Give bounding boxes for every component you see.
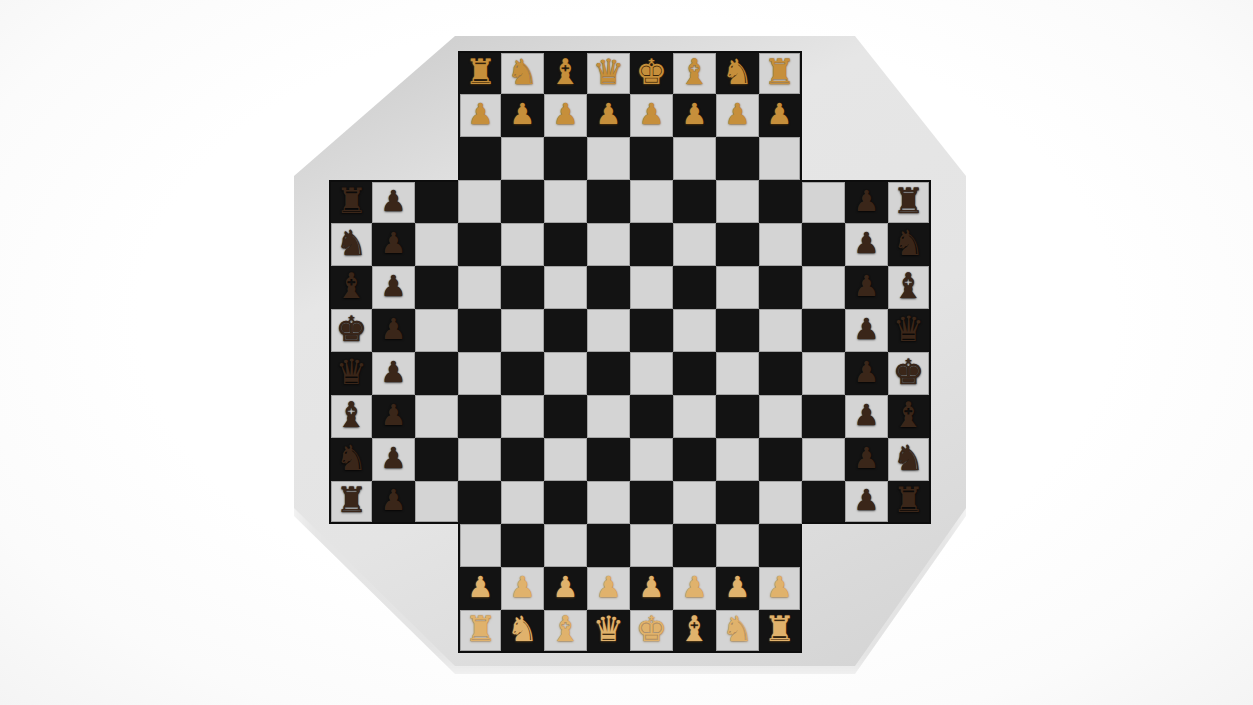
square-e10[interactable]: [501, 223, 544, 266]
square-c9[interactable]: [415, 266, 458, 309]
bottom-bishop-piece: ♝: [550, 612, 581, 647]
left-queen-piece: ♛: [336, 355, 367, 390]
square-b4[interactable]: ♟: [372, 481, 415, 524]
square-l10[interactable]: [802, 223, 845, 266]
square-g5[interactable]: [587, 438, 630, 481]
square-l11[interactable]: [802, 180, 845, 223]
left-pawn-piece: ♟: [381, 315, 407, 344]
square-i8[interactable]: [673, 309, 716, 352]
square-d12[interactable]: [458, 137, 501, 180]
left-pawn-piece: ♟: [381, 444, 407, 473]
square-f10[interactable]: [544, 223, 587, 266]
square-b9[interactable]: ♟: [372, 266, 415, 309]
square-g6[interactable]: [587, 395, 630, 438]
square-b5[interactable]: ♟: [372, 438, 415, 481]
square-e11[interactable]: [501, 180, 544, 223]
bottom-rook-piece: ♜: [764, 612, 795, 647]
top-pawn-piece: ♟: [639, 100, 665, 129]
square-i11[interactable]: [673, 180, 716, 223]
top-pawn-piece: ♟: [510, 100, 536, 129]
left-bishop-piece: ♝: [336, 269, 367, 304]
square-m6[interactable]: ♟: [845, 395, 888, 438]
square-d14[interactable]: ♜: [458, 51, 501, 94]
square-j12[interactable]: [716, 137, 759, 180]
square-h11[interactable]: [630, 180, 673, 223]
square-e2[interactable]: ♟: [501, 567, 544, 610]
bottom-pawn-piece: ♟: [553, 573, 579, 602]
left-pawn-piece: ♟: [381, 401, 407, 430]
square-e13[interactable]: ♟: [501, 94, 544, 137]
square-k5[interactable]: [759, 438, 802, 481]
square-d13[interactable]: ♟: [458, 94, 501, 137]
square-j6[interactable]: [716, 395, 759, 438]
square-h6[interactable]: [630, 395, 673, 438]
right-bishop-piece: ♝: [893, 398, 924, 433]
left-pawn-piece: ♟: [381, 358, 407, 387]
square-m4[interactable]: ♟: [845, 481, 888, 524]
right-knight-piece: ♞: [893, 226, 924, 261]
square-c5[interactable]: [415, 438, 458, 481]
top-bishop-piece: ♝: [679, 55, 710, 90]
square-a6[interactable]: ♝: [329, 395, 372, 438]
square-a8[interactable]: ♚: [329, 309, 372, 352]
square-m10[interactable]: ♟: [845, 223, 888, 266]
left-pawn-piece: ♟: [381, 229, 407, 258]
square-d9[interactable]: [458, 266, 501, 309]
square-h14[interactable]: ♚: [630, 51, 673, 94]
square-j3[interactable]: [716, 524, 759, 567]
left-knight-piece: ♞: [336, 226, 367, 261]
bottom-pawn-piece: ♟: [725, 573, 751, 602]
square-e4[interactable]: [501, 481, 544, 524]
right-pawn-piece: ♟: [854, 187, 880, 216]
square-d3[interactable]: [458, 524, 501, 567]
right-knight-piece: ♞: [893, 441, 924, 476]
square-h8[interactable]: [630, 309, 673, 352]
square-f9[interactable]: [544, 266, 587, 309]
square-d4[interactable]: [458, 481, 501, 524]
square-b6[interactable]: ♟: [372, 395, 415, 438]
square-k12[interactable]: [759, 137, 802, 180]
square-k11[interactable]: [759, 180, 802, 223]
top-pawn-piece: ♟: [553, 100, 579, 129]
bottom-queen-piece: ♛: [593, 612, 624, 647]
square-i7[interactable]: [673, 352, 716, 395]
square-h3[interactable]: [630, 524, 673, 567]
square-n11[interactable]: ♜: [888, 180, 931, 223]
left-king-piece: ♚: [336, 312, 367, 347]
square-e9[interactable]: [501, 266, 544, 309]
square-i6[interactable]: [673, 395, 716, 438]
square-b8[interactable]: ♟: [372, 309, 415, 352]
top-queen-piece: ♛: [593, 55, 624, 90]
top-pawn-piece: ♟: [767, 100, 793, 129]
top-knight-piece: ♞: [722, 55, 753, 90]
square-m9[interactable]: ♟: [845, 266, 888, 309]
square-m7[interactable]: ♟: [845, 352, 888, 395]
square-d7[interactable]: [458, 352, 501, 395]
square-d1[interactable]: ♜: [458, 610, 501, 653]
right-bishop-piece: ♝: [893, 269, 924, 304]
right-pawn-piece: ♟: [854, 401, 880, 430]
square-i14[interactable]: ♝: [673, 51, 716, 94]
top-rook-piece: ♜: [764, 55, 795, 90]
square-h10[interactable]: [630, 223, 673, 266]
square-j10[interactable]: [716, 223, 759, 266]
square-c7[interactable]: [415, 352, 458, 395]
square-i5[interactable]: [673, 438, 716, 481]
right-queen-piece: ♛: [893, 312, 924, 347]
square-n4[interactable]: ♜: [888, 481, 931, 524]
square-a11[interactable]: ♜: [329, 180, 372, 223]
square-j13[interactable]: ♟: [716, 94, 759, 137]
square-e14[interactable]: ♞: [501, 51, 544, 94]
square-l5[interactable]: [802, 438, 845, 481]
square-k9[interactable]: [759, 266, 802, 309]
square-b11[interactable]: ♟: [372, 180, 415, 223]
top-knight-piece: ♞: [507, 55, 538, 90]
square-l9[interactable]: [802, 266, 845, 309]
top-pawn-piece: ♟: [596, 100, 622, 129]
square-b10[interactable]: ♟: [372, 223, 415, 266]
square-f2[interactable]: ♟: [544, 567, 587, 610]
square-e12[interactable]: [501, 137, 544, 180]
square-g3[interactable]: [587, 524, 630, 567]
square-i9[interactable]: [673, 266, 716, 309]
square-g11[interactable]: [587, 180, 630, 223]
square-k10[interactable]: [759, 223, 802, 266]
square-j2[interactable]: ♟: [716, 567, 759, 610]
left-bishop-piece: ♝: [336, 398, 367, 433]
bottom-pawn-piece: ♟: [639, 573, 665, 602]
square-j7[interactable]: [716, 352, 759, 395]
square-l7[interactable]: [802, 352, 845, 395]
square-d6[interactable]: [458, 395, 501, 438]
square-f7[interactable]: [544, 352, 587, 395]
square-g2[interactable]: ♟: [587, 567, 630, 610]
square-f6[interactable]: [544, 395, 587, 438]
square-d2[interactable]: ♟: [458, 567, 501, 610]
square-f12[interactable]: [544, 137, 587, 180]
square-i3[interactable]: [673, 524, 716, 567]
bottom-knight-piece: ♞: [507, 612, 538, 647]
square-k8[interactable]: [759, 309, 802, 352]
square-h7[interactable]: [630, 352, 673, 395]
square-c10[interactable]: [415, 223, 458, 266]
square-j4[interactable]: [716, 481, 759, 524]
square-k13[interactable]: ♟: [759, 94, 802, 137]
left-knight-piece: ♞: [336, 441, 367, 476]
square-n9[interactable]: ♝: [888, 266, 931, 309]
top-bishop-piece: ♝: [550, 55, 581, 90]
square-k14[interactable]: ♜: [759, 51, 802, 94]
square-k7[interactable]: [759, 352, 802, 395]
square-a10[interactable]: ♞: [329, 223, 372, 266]
left-rook-piece: ♜: [336, 483, 367, 518]
square-k2[interactable]: ♟: [759, 567, 802, 610]
bottom-pawn-piece: ♟: [767, 573, 793, 602]
square-g12[interactable]: [587, 137, 630, 180]
bottom-rook-piece: ♜: [465, 612, 496, 647]
square-i13[interactable]: ♟: [673, 94, 716, 137]
square-n10[interactable]: ♞: [888, 223, 931, 266]
square-f14[interactable]: ♝: [544, 51, 587, 94]
square-k3[interactable]: [759, 524, 802, 567]
square-d11[interactable]: [458, 180, 501, 223]
right-pawn-piece: ♟: [854, 272, 880, 301]
square-e8[interactable]: [501, 309, 544, 352]
square-j1[interactable]: ♞: [716, 610, 759, 653]
square-f8[interactable]: [544, 309, 587, 352]
top-pawn-piece: ♟: [468, 100, 494, 129]
square-l4[interactable]: [802, 481, 845, 524]
square-f3[interactable]: [544, 524, 587, 567]
top-pawn-piece: ♟: [725, 100, 751, 129]
square-g7[interactable]: [587, 352, 630, 395]
right-pawn-piece: ♟: [854, 358, 880, 387]
square-m8[interactable]: ♟: [845, 309, 888, 352]
bottom-pawn-piece: ♟: [468, 573, 494, 602]
square-h13[interactable]: ♟: [630, 94, 673, 137]
right-pawn-piece: ♟: [854, 486, 880, 515]
square-c6[interactable]: [415, 395, 458, 438]
square-g4[interactable]: [587, 481, 630, 524]
square-l8[interactable]: [802, 309, 845, 352]
bottom-knight-piece: ♞: [722, 612, 753, 647]
square-f11[interactable]: [544, 180, 587, 223]
square-n8[interactable]: ♛: [888, 309, 931, 352]
square-j5[interactable]: [716, 438, 759, 481]
square-i10[interactable]: [673, 223, 716, 266]
square-d8[interactable]: [458, 309, 501, 352]
bottom-king-piece: ♚: [636, 612, 667, 647]
left-pawn-piece: ♟: [381, 187, 407, 216]
square-h12[interactable]: [630, 137, 673, 180]
square-k1[interactable]: ♜: [759, 610, 802, 653]
square-d5[interactable]: [458, 438, 501, 481]
right-rook-piece: ♜: [893, 184, 924, 219]
left-pawn-piece: ♟: [381, 272, 407, 301]
square-h9[interactable]: [630, 266, 673, 309]
top-king-piece: ♚: [636, 55, 667, 90]
square-k6[interactable]: [759, 395, 802, 438]
square-j14[interactable]: ♞: [716, 51, 759, 94]
left-pawn-piece: ♟: [381, 486, 407, 515]
square-l6[interactable]: [802, 395, 845, 438]
square-j11[interactable]: [716, 180, 759, 223]
square-n7[interactable]: ♚: [888, 352, 931, 395]
square-f1[interactable]: ♝: [544, 610, 587, 653]
square-e6[interactable]: [501, 395, 544, 438]
bottom-bishop-piece: ♝: [679, 612, 710, 647]
right-king-piece: ♚: [893, 355, 924, 390]
square-h2[interactable]: ♟: [630, 567, 673, 610]
square-e3[interactable]: [501, 524, 544, 567]
product-render-background: ♜♞♝♛♚♝♞♜♟♟♟♟♟♟♟♟♜♟♟♜♞♟♟♞♝♟♟♝♚♟♟♛♛♟♟♚♝♟♟♝…: [0, 0, 1253, 705]
top-pawn-piece: ♟: [682, 100, 708, 129]
left-rook-piece: ♜: [336, 184, 367, 219]
bottom-pawn-piece: ♟: [596, 573, 622, 602]
square-e7[interactable]: [501, 352, 544, 395]
top-rook-piece: ♜: [465, 55, 496, 90]
square-j9[interactable]: [716, 266, 759, 309]
square-e5[interactable]: [501, 438, 544, 481]
square-f4[interactable]: [544, 481, 587, 524]
four-player-chess-board: ♜♞♝♛♚♝♞♜♟♟♟♟♟♟♟♟♜♟♟♜♞♟♟♞♝♟♟♝♚♟♟♛♛♟♟♚♝♟♟♝…: [329, 51, 931, 653]
bottom-pawn-piece: ♟: [682, 573, 708, 602]
square-i2[interactable]: ♟: [673, 567, 716, 610]
square-i4[interactable]: [673, 481, 716, 524]
bottom-pawn-piece: ♟: [510, 573, 536, 602]
square-i12[interactable]: [673, 137, 716, 180]
square-c11[interactable]: [415, 180, 458, 223]
square-a9[interactable]: ♝: [329, 266, 372, 309]
square-a7[interactable]: ♛: [329, 352, 372, 395]
right-pawn-piece: ♟: [854, 444, 880, 473]
square-i1[interactable]: ♝: [673, 610, 716, 653]
square-g8[interactable]: [587, 309, 630, 352]
square-m5[interactable]: ♟: [845, 438, 888, 481]
square-d10[interactable]: [458, 223, 501, 266]
square-h4[interactable]: [630, 481, 673, 524]
right-pawn-piece: ♟: [854, 229, 880, 258]
square-g9[interactable]: [587, 266, 630, 309]
square-a4[interactable]: ♜: [329, 481, 372, 524]
square-g1[interactable]: ♛: [587, 610, 630, 653]
square-h5[interactable]: [630, 438, 673, 481]
square-f13[interactable]: ♟: [544, 94, 587, 137]
square-k4[interactable]: [759, 481, 802, 524]
square-a5[interactable]: ♞: [329, 438, 372, 481]
right-rook-piece: ♜: [893, 483, 924, 518]
square-c8[interactable]: [415, 309, 458, 352]
square-j8[interactable]: [716, 309, 759, 352]
right-pawn-piece: ♟: [854, 315, 880, 344]
square-c4[interactable]: [415, 481, 458, 524]
square-b7[interactable]: ♟: [372, 352, 415, 395]
square-n6[interactable]: ♝: [888, 395, 931, 438]
square-h1[interactable]: ♚: [630, 610, 673, 653]
square-f5[interactable]: [544, 438, 587, 481]
square-g10[interactable]: [587, 223, 630, 266]
square-m11[interactable]: ♟: [845, 180, 888, 223]
square-e1[interactable]: ♞: [501, 610, 544, 653]
square-g13[interactable]: ♟: [587, 94, 630, 137]
square-g14[interactable]: ♛: [587, 51, 630, 94]
square-n5[interactable]: ♞: [888, 438, 931, 481]
